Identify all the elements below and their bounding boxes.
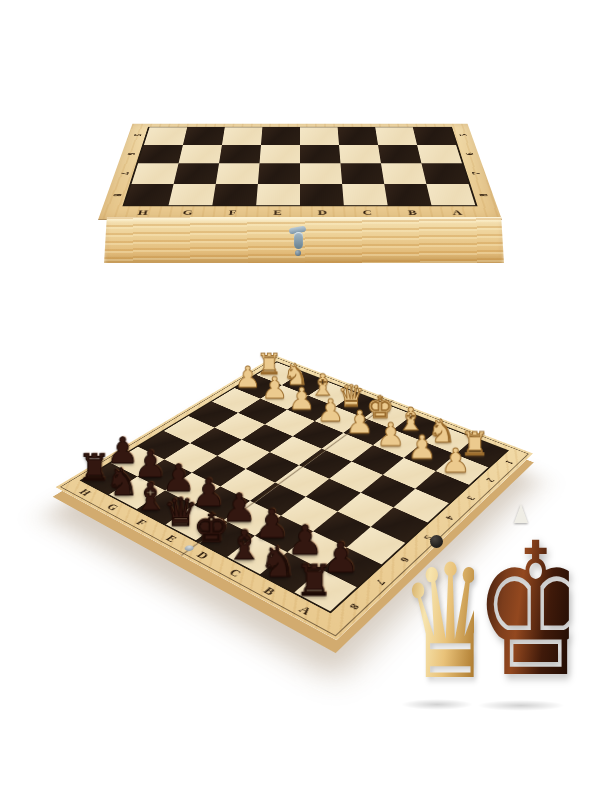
- box-square: [138, 145, 183, 164]
- file-label: A: [451, 208, 463, 216]
- file-label: C: [362, 208, 372, 216]
- white-cone-finial-icon: [514, 504, 528, 523]
- box-square: [340, 163, 384, 183]
- file-label: E: [273, 208, 282, 216]
- box-square: [300, 127, 339, 144]
- box-square: [381, 163, 426, 183]
- black-k-piece: ♚: [194, 509, 230, 549]
- box-square: [144, 127, 187, 144]
- box-square: [183, 127, 225, 144]
- rank-label: 6: [462, 152, 476, 155]
- black-king-glyph: ♚: [473, 513, 569, 707]
- box-square: [256, 184, 300, 206]
- file-label: H: [137, 208, 149, 216]
- rank-label: 7: [116, 172, 131, 175]
- rank-label: 5: [130, 134, 144, 136]
- box-square: [384, 184, 431, 206]
- box-square: [338, 127, 378, 144]
- box-square: [413, 127, 456, 144]
- rank-label: 6: [123, 152, 137, 155]
- box-square: [260, 145, 300, 164]
- closeup-pieces: ♛ ♚: [380, 505, 590, 720]
- rank-label: 8: [109, 193, 124, 196]
- clasp-hook: [294, 232, 303, 249]
- file-label: F: [228, 208, 237, 216]
- box-lid-board-half: HGFEDCBA 5678 5678: [98, 124, 502, 220]
- box-square: [174, 163, 219, 183]
- black-r-piece: ♜: [295, 560, 333, 603]
- box-square: [222, 127, 262, 144]
- product-photo: HGFEDCBA 5678 5678 HGFEDCBA 12345678 ♜♞♝…: [0, 0, 600, 800]
- box-square: [179, 145, 222, 164]
- file-label: D: [318, 208, 328, 216]
- box-square: [132, 163, 179, 183]
- box-square: [378, 145, 421, 164]
- box-square: [300, 163, 342, 183]
- box-square: [258, 163, 300, 183]
- box-square: [339, 145, 381, 164]
- box-square: [426, 184, 475, 206]
- box-square: [261, 127, 300, 144]
- file-label: B: [407, 208, 417, 216]
- rank-label: 8: [476, 193, 491, 196]
- box-square: [342, 184, 388, 206]
- rank-label: 7: [469, 172, 484, 175]
- closeup-black-king: ♚: [458, 513, 584, 707]
- metal-swivel-clasp-icon: [288, 225, 308, 257]
- box-square: [421, 163, 468, 183]
- file-label: G: [182, 208, 194, 216]
- box-front-panel: [104, 217, 504, 263]
- file-label: D: [193, 550, 212, 562]
- box-square: [300, 145, 340, 164]
- clasp-screw: [295, 250, 301, 256]
- black-b-piece: ♝: [226, 525, 263, 566]
- box-square: [375, 127, 417, 144]
- box-square: [125, 184, 174, 206]
- white-p-piece: ♟: [440, 444, 470, 477]
- rank-label: 5: [456, 134, 470, 136]
- box-square: [216, 163, 260, 183]
- black-n-piece: ♞: [259, 542, 297, 584]
- box-square: [219, 145, 261, 164]
- closed-box: HGFEDCBA 5678 5678: [98, 0, 502, 220]
- black-ball-finial-icon: [430, 535, 443, 548]
- box-square: [212, 184, 258, 206]
- box-board-grid: [122, 127, 477, 207]
- box-square: [169, 184, 216, 206]
- box-square: [417, 145, 462, 164]
- box-square: [300, 184, 344, 206]
